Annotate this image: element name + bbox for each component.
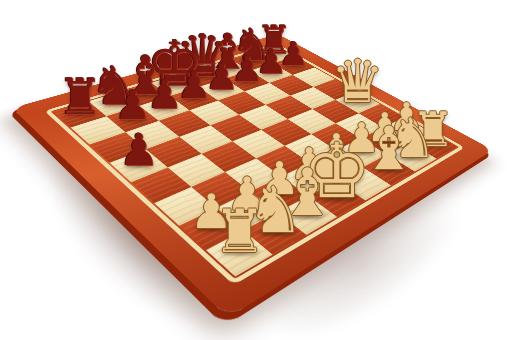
black-rook[interactable]: ♜ [57, 72, 102, 122]
black-pawn[interactable]: ♟ [147, 75, 183, 115]
black-pawn[interactable]: ♟ [119, 128, 159, 173]
black-pawn[interactable]: ♟ [114, 84, 151, 125]
chess-set-photo: ♜♞♝♛♚♝♞♜♟♟♟♟♟♟♟♟♜♞♝♚♝♞♜♛♟♟♟♟♟♟♟♟ [0, 0, 507, 340]
white-rook[interactable]: ♜ [213, 202, 266, 261]
